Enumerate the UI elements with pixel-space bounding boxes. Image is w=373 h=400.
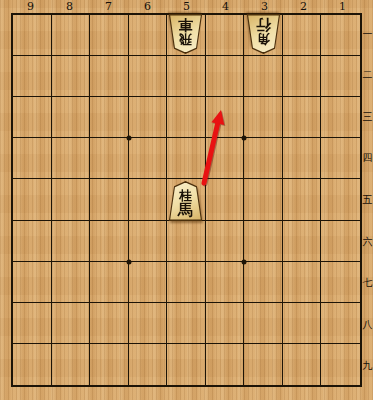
square-8二[interactable] (52, 56, 91, 97)
piece-face: 角 行 (247, 16, 281, 53)
square-8七[interactable] (52, 262, 91, 303)
square-7三[interactable] (90, 97, 129, 138)
piece-kanji: 角 (257, 34, 270, 47)
square-4七[interactable] (206, 262, 245, 303)
square-3七[interactable] (244, 262, 283, 303)
square-2一[interactable] (283, 15, 322, 56)
square-4九[interactable] (206, 344, 245, 385)
square-2九[interactable] (283, 344, 322, 385)
piece-kanji: 飛 (179, 34, 192, 47)
file-label: 6 (128, 1, 167, 12)
rank-label: 四 (362, 138, 373, 180)
square-5二[interactable] (167, 56, 206, 97)
star-point (242, 136, 247, 141)
square-7八[interactable] (90, 303, 129, 344)
square-2七[interactable] (283, 262, 322, 303)
file-label: 8 (50, 1, 89, 12)
square-2五[interactable] (283, 179, 322, 220)
square-1八[interactable] (321, 303, 360, 344)
square-6九[interactable] (129, 344, 168, 385)
rank-label: 六 (362, 221, 373, 263)
rank-label: 九 (362, 346, 373, 388)
square-6七[interactable] (129, 262, 168, 303)
square-8五[interactable] (52, 179, 91, 220)
piece-face: 桂 馬 (169, 183, 203, 220)
piece-kanji: 桂 (179, 189, 192, 202)
square-4五[interactable] (206, 179, 245, 220)
rank-label: 七 (362, 262, 373, 304)
square-9七[interactable] (13, 262, 52, 303)
square-7二[interactable] (90, 56, 129, 97)
square-3八[interactable] (244, 303, 283, 344)
square-1七[interactable] (321, 262, 360, 303)
square-5四[interactable] (167, 138, 206, 179)
square-8六[interactable] (52, 221, 91, 262)
piece-shape: 桂 馬 (167, 181, 204, 221)
piece-knight-5e[interactable]: 桂 馬 (167, 181, 204, 221)
square-3四[interactable] (244, 138, 283, 179)
square-5七[interactable] (167, 262, 206, 303)
square-4八[interactable] (206, 303, 245, 344)
square-2四[interactable] (283, 138, 322, 179)
square-6二[interactable] (129, 56, 168, 97)
square-1一[interactable] (321, 15, 360, 56)
file-label: 2 (284, 1, 323, 12)
shogi-board-screen: 987654321 一二三四五六七八九 飛 車 角 行 桂 馬 (0, 0, 373, 400)
piece-kanji: 馬 (178, 203, 193, 218)
square-3二[interactable] (244, 56, 283, 97)
star-point (126, 136, 131, 141)
square-4六[interactable] (206, 221, 245, 262)
square-4三[interactable] (206, 97, 245, 138)
square-1二[interactable] (321, 56, 360, 97)
square-2八[interactable] (283, 303, 322, 344)
star-point (242, 259, 247, 264)
square-3九[interactable] (244, 344, 283, 385)
square-9三[interactable] (13, 97, 52, 138)
file-label: 4 (206, 1, 245, 12)
square-8八[interactable] (52, 303, 91, 344)
square-9四[interactable] (13, 138, 52, 179)
square-5九[interactable] (167, 344, 206, 385)
square-3三[interactable] (244, 97, 283, 138)
square-4一[interactable] (206, 15, 245, 56)
square-1九[interactable] (321, 344, 360, 385)
rank-label: 一 (362, 13, 373, 55)
square-1五[interactable] (321, 179, 360, 220)
square-5六[interactable] (167, 221, 206, 262)
square-9六[interactable] (13, 221, 52, 262)
square-9九[interactable] (13, 344, 52, 385)
rank-label: 二 (362, 55, 373, 97)
piece-kanji: 車 (178, 18, 193, 33)
square-6三[interactable] (129, 97, 168, 138)
square-7五[interactable] (90, 179, 129, 220)
square-8九[interactable] (52, 344, 91, 385)
piece-shape: 角 行 (245, 14, 282, 54)
star-point (126, 259, 131, 264)
square-2二[interactable] (283, 56, 322, 97)
square-2六[interactable] (283, 221, 322, 262)
square-5三[interactable] (167, 97, 206, 138)
rank-label: 三 (362, 96, 373, 138)
square-3六[interactable] (244, 221, 283, 262)
rank-label: 八 (362, 304, 373, 346)
piece-rook-5a[interactable]: 飛 車 (167, 14, 204, 54)
file-label: 5 (167, 1, 206, 12)
file-label: 1 (323, 1, 362, 12)
file-labels: 987654321 (11, 0, 362, 12)
piece-bishop-3a[interactable]: 角 行 (245, 14, 282, 54)
square-1六[interactable] (321, 221, 360, 262)
square-6一[interactable] (129, 15, 168, 56)
square-4四[interactable] (206, 138, 245, 179)
square-8一[interactable] (52, 15, 91, 56)
rank-labels: 一二三四五六七八九 (362, 13, 373, 387)
square-4二[interactable] (206, 56, 245, 97)
square-1三[interactable] (321, 97, 360, 138)
file-label: 9 (11, 1, 50, 12)
square-6五[interactable] (129, 179, 168, 220)
square-7一[interactable] (90, 15, 129, 56)
square-1四[interactable] (321, 138, 360, 179)
square-3五[interactable] (244, 179, 283, 220)
piece-face: 飛 車 (169, 16, 203, 53)
square-9五[interactable] (13, 179, 52, 220)
piece-shape: 飛 車 (167, 14, 204, 54)
square-7四[interactable] (90, 138, 129, 179)
square-6四[interactable] (129, 138, 168, 179)
file-label: 7 (89, 1, 128, 12)
square-7六[interactable] (90, 221, 129, 262)
square-8三[interactable] (52, 97, 91, 138)
square-2三[interactable] (283, 97, 322, 138)
square-7七[interactable] (90, 262, 129, 303)
file-label: 3 (245, 1, 284, 12)
square-8四[interactable] (52, 138, 91, 179)
square-9一[interactable] (13, 15, 52, 56)
square-5八[interactable] (167, 303, 206, 344)
square-9二[interactable] (13, 56, 52, 97)
piece-kanji: 行 (256, 18, 271, 33)
square-9八[interactable] (13, 303, 52, 344)
square-6六[interactable] (129, 221, 168, 262)
rank-label: 五 (362, 179, 373, 221)
square-6八[interactable] (129, 303, 168, 344)
square-7九[interactable] (90, 344, 129, 385)
